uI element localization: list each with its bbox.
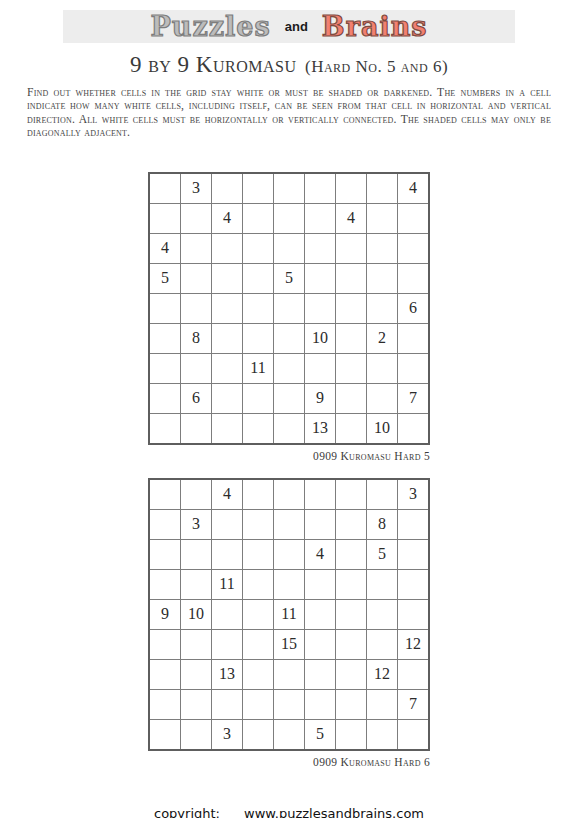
cell-r5c6[interactable] [305,294,335,323]
cell-r2c3[interactable]: 4 [212,204,242,233]
cell-r1c8[interactable] [367,174,397,203]
cell-r8c1[interactable] [150,690,180,719]
logo-puzzles-text: Puzzles [151,13,271,40]
cell-r2c9[interactable] [398,510,428,539]
cell-r5c5[interactable] [274,294,304,323]
cell-r5c7[interactable] [336,600,366,629]
cell-r5c2[interactable]: 10 [181,600,211,629]
cell-r3c3[interactable] [212,540,242,569]
cell-r7c8[interactable]: 12 [367,660,397,689]
instructions-text: Find out whether cells in the grid stay … [27,86,551,140]
cell-r8c3[interactable] [212,690,242,719]
cell-r4c7[interactable] [336,264,366,293]
cell-r5c3[interactable] [212,294,242,323]
cell-r4c6[interactable] [305,264,335,293]
cell-r3c4[interactable] [243,234,273,263]
cell-r7c3[interactable]: 13 [212,660,242,689]
cell-r9c2[interactable] [181,720,211,749]
cell-r2c3[interactable] [212,510,242,539]
cell-r3c7[interactable] [336,540,366,569]
cell-r1c9[interactable]: 3 [398,480,428,509]
cell-r6c5[interactable]: 15 [274,630,304,659]
cell-r2c6[interactable] [305,204,335,233]
cell-r3c2[interactable] [181,234,211,263]
cell-r7c1[interactable] [150,660,180,689]
cell-r6c6[interactable]: 10 [305,324,335,353]
cell-r3c5[interactable] [274,540,304,569]
puzzle-block-hard-6: 433845119101115121312735 0909 Kuromasu H… [148,478,430,768]
cell-r9c8[interactable]: 10 [367,414,397,443]
cell-r2c6[interactable] [305,510,335,539]
cell-r4c9[interactable] [398,264,428,293]
cell-r9c9[interactable] [398,720,428,749]
cell-r8c3[interactable] [212,384,242,413]
cell-r1c6[interactable] [305,480,335,509]
cell-r5c8[interactable] [367,600,397,629]
cell-r3c6[interactable]: 4 [305,540,335,569]
cell-r3c4[interactable] [243,540,273,569]
cell-r3c2[interactable] [181,540,211,569]
cell-r4c2[interactable] [181,264,211,293]
cell-r4c4[interactable] [243,264,273,293]
cell-r8c6[interactable]: 9 [305,384,335,413]
cell-r6c3[interactable] [212,630,242,659]
cell-r5c1[interactable] [150,294,180,323]
cell-r8c8[interactable] [367,690,397,719]
cell-r2c8[interactable]: 8 [367,510,397,539]
cell-r8c9[interactable]: 7 [398,690,428,719]
cell-r3c9[interactable] [398,234,428,263]
cell-r4c7[interactable] [336,570,366,599]
cell-r1c4[interactable] [243,480,273,509]
cell-r8c1[interactable] [150,384,180,413]
logo-and-text: and [285,19,308,34]
cell-r8c6[interactable] [305,690,335,719]
cell-r7c4[interactable] [243,660,273,689]
cell-r6c9[interactable]: 12 [398,630,428,659]
cell-r7c8[interactable] [367,354,397,383]
cell-r1c2[interactable]: 3 [181,174,211,203]
cell-r4c1[interactable]: 5 [150,264,180,293]
cell-r3c8[interactable]: 5 [367,540,397,569]
cell-r7c6[interactable] [305,660,335,689]
cell-r7c5[interactable] [274,660,304,689]
cell-r1c7[interactable] [336,480,366,509]
page-title-main: 9 by 9 Kuromasu [130,52,297,77]
cell-r2c8[interactable] [367,204,397,233]
cell-r7c1[interactable] [150,354,180,383]
cell-r4c3[interactable]: 11 [212,570,242,599]
cell-r1c5[interactable] [274,174,304,203]
page: Puzzles and Brains 9 by 9 Kuromasu (Hard… [0,10,578,818]
cell-r4c2[interactable] [181,570,211,599]
cell-r1c1[interactable] [150,480,180,509]
cell-r4c8[interactable] [367,570,397,599]
kuromasu-board-hard-6: 433845119101115121312735 [148,478,430,751]
kuromasu-board-hard-5: 344445568102116971310 [148,172,430,445]
cell-r9c6[interactable]: 5 [305,720,335,749]
cell-r2c7[interactable]: 4 [336,204,366,233]
cell-r3c6[interactable] [305,234,335,263]
cell-r6c4[interactable] [243,324,273,353]
cell-r4c3[interactable] [212,264,242,293]
cell-r3c5[interactable] [274,234,304,263]
cell-r1c8[interactable] [367,480,397,509]
cell-r3c8[interactable] [367,234,397,263]
cell-r2c2[interactable]: 3 [181,510,211,539]
cell-r7c4[interactable]: 11 [243,354,273,383]
cell-r5c6[interactable] [305,600,335,629]
cell-r4c1[interactable] [150,570,180,599]
cell-r8c5[interactable] [274,690,304,719]
cell-r8c4[interactable] [243,690,273,719]
cell-r5c9[interactable] [398,600,428,629]
cell-r1c1[interactable] [150,174,180,203]
cell-r6c6[interactable] [305,630,335,659]
cell-r6c8[interactable]: 2 [367,324,397,353]
cell-r8c5[interactable] [274,384,304,413]
cell-r5c5[interactable]: 11 [274,600,304,629]
cell-r1c5[interactable] [274,480,304,509]
cell-r9c5[interactable] [274,720,304,749]
cell-r6c2[interactable] [181,630,211,659]
cell-r7c9[interactable] [398,660,428,689]
cell-r4c5[interactable] [274,570,304,599]
cell-r5c4[interactable] [243,600,273,629]
cell-r9c5[interactable] [274,414,304,443]
cell-r1c7[interactable] [336,174,366,203]
cell-r4c6[interactable] [305,570,335,599]
cell-r3c3[interactable] [212,234,242,263]
cell-r5c3[interactable] [212,600,242,629]
cell-r7c7[interactable] [336,660,366,689]
cell-r8c7[interactable] [336,384,366,413]
cell-r5c8[interactable] [367,294,397,323]
cell-r3c7[interactable] [336,234,366,263]
cell-r2c5[interactable] [274,510,304,539]
cell-r7c7[interactable] [336,354,366,383]
cell-r2c2[interactable] [181,204,211,233]
cell-r9c1[interactable] [150,720,180,749]
cell-r2c4[interactable] [243,510,273,539]
cell-r5c1[interactable]: 9 [150,600,180,629]
cell-r9c6[interactable]: 13 [305,414,335,443]
cell-r5c4[interactable] [243,294,273,323]
copyright-line: copyright: www.puzzlesandbrains.com [0,806,578,818]
cell-r8c7[interactable] [336,690,366,719]
cell-r1c3[interactable]: 4 [212,480,242,509]
cell-r1c4[interactable] [243,174,273,203]
cell-r8c2[interactable]: 6 [181,384,211,413]
cell-r3c1[interactable]: 4 [150,234,180,263]
cell-r2c9[interactable] [398,204,428,233]
cell-r2c7[interactable] [336,510,366,539]
cell-r2c4[interactable] [243,204,273,233]
cell-r6c8[interactable] [367,630,397,659]
cell-r6c3[interactable] [212,324,242,353]
cell-r4c5[interactable]: 5 [274,264,304,293]
cell-r7c3[interactable] [212,354,242,383]
cell-r1c2[interactable] [181,480,211,509]
cell-r7c5[interactable] [274,354,304,383]
cell-r1c6[interactable] [305,174,335,203]
cell-r9c7[interactable] [336,720,366,749]
cell-r9c7[interactable] [336,414,366,443]
cell-r6c2[interactable]: 8 [181,324,211,353]
cell-r4c4[interactable] [243,570,273,599]
cell-r2c5[interactable] [274,204,304,233]
logo-bar: Puzzles and Brains [63,10,515,43]
cell-r1c9[interactable]: 4 [398,174,428,203]
cell-r9c1[interactable] [150,414,180,443]
cell-r8c8[interactable] [367,384,397,413]
cell-r9c8[interactable] [367,720,397,749]
cell-r8c2[interactable] [181,690,211,719]
cell-r9c4[interactable] [243,720,273,749]
cell-r2c1[interactable] [150,510,180,539]
cell-r3c9[interactable] [398,540,428,569]
logo-brains-text: Brains [322,13,428,40]
cell-r9c4[interactable] [243,414,273,443]
cell-r6c4[interactable] [243,630,273,659]
cell-r8c4[interactable] [243,384,273,413]
cell-r9c2[interactable] [181,414,211,443]
cell-r5c2[interactable] [181,294,211,323]
puzzle-block-hard-5: 344445568102116971310 0909 Kuromasu Hard… [148,172,430,462]
cell-r5c9[interactable]: 6 [398,294,428,323]
page-title-sub: (Hard No. 5 and 6) [305,57,448,76]
cell-r5c7[interactable] [336,294,366,323]
cell-r6c7[interactable] [336,324,366,353]
cell-r6c1[interactable] [150,324,180,353]
page-title: 9 by 9 Kuromasu (Hard No. 5 and 6) [0,52,578,78]
puzzle-caption-hard-6: 0909 Kuromasu Hard 6 [148,756,430,768]
cell-r8c9[interactable]: 7 [398,384,428,413]
cell-r6c7[interactable] [336,630,366,659]
copyright-label: copyright: [154,806,220,818]
puzzle-caption-hard-5: 0909 Kuromasu Hard 5 [148,450,430,462]
cell-r6c5[interactable] [274,324,304,353]
cell-r6c1[interactable] [150,630,180,659]
cell-r4c9[interactable] [398,570,428,599]
cell-r7c6[interactable] [305,354,335,383]
cell-r9c9[interactable] [398,414,428,443]
cell-r7c2[interactable] [181,660,211,689]
cell-r9c3[interactable] [212,414,242,443]
cell-r2c1[interactable] [150,204,180,233]
cell-r6c9[interactable] [398,324,428,353]
site-url: www.puzzlesandbrains.com [244,806,424,818]
cell-r9c3[interactable]: 3 [212,720,242,749]
cell-r3c1[interactable] [150,540,180,569]
cell-r4c8[interactable] [367,264,397,293]
cell-r7c2[interactable] [181,354,211,383]
cell-r7c9[interactable] [398,354,428,383]
cell-r1c3[interactable] [212,174,242,203]
